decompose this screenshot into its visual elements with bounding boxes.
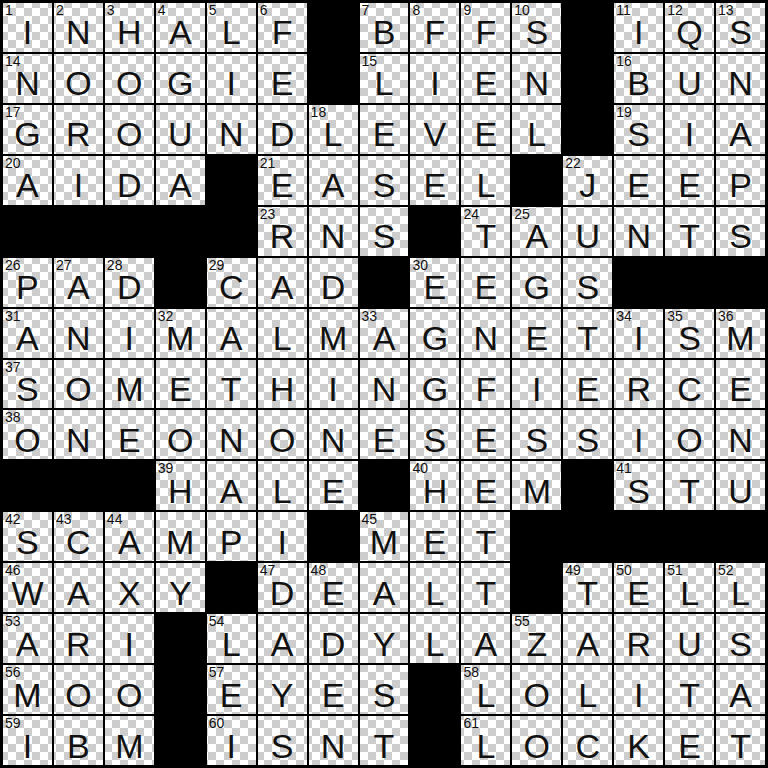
cell-r3c1[interactable]: 17G — [2, 104, 53, 155]
cell-r1c11[interactable]: 10S — [511, 2, 562, 53]
cell-r7c3[interactable]: I — [104, 308, 155, 359]
clue-number: 3 — [107, 3, 115, 18]
cell-r7c15[interactable]: 36M — [715, 308, 766, 359]
clue-number: 40 — [412, 461, 428, 476]
cell-r11c5[interactable]: P — [206, 511, 257, 562]
cell-r15c6[interactable]: S — [257, 715, 308, 766]
clue-number: 2 — [56, 3, 64, 18]
cell-letter: L — [425, 576, 444, 610]
cell-letter: B — [627, 66, 650, 100]
cell-r15c3[interactable]: M — [104, 715, 155, 766]
cell-r7c14[interactable]: 35S — [664, 308, 715, 359]
cell-letter: E — [322, 678, 345, 712]
cell-letter: S — [627, 117, 650, 151]
cell-r1c3[interactable]: 3H — [104, 2, 155, 53]
cell-r3c2[interactable]: R — [53, 104, 104, 155]
cell-letter: D — [117, 168, 142, 202]
cell-r6c6[interactable]: A — [257, 257, 308, 308]
cell-r1c15[interactable]: 13S — [715, 2, 766, 53]
cell-r9c3[interactable]: E — [104, 409, 155, 460]
cell-r7c11[interactable]: E — [511, 308, 562, 359]
cell-r4c1[interactable]: 20A — [2, 155, 53, 206]
cell-r9c6[interactable]: O — [257, 409, 308, 460]
cell-r13c13[interactable]: R — [613, 613, 664, 664]
cell-r8c15[interactable]: E — [715, 359, 766, 410]
cell-r15c2[interactable]: B — [53, 715, 104, 766]
cell-letter: O — [14, 423, 40, 457]
cell-r2c5[interactable]: I — [206, 53, 257, 104]
cell-r13c12[interactable]: A — [562, 613, 613, 664]
cell-letter: E — [169, 372, 192, 406]
cell-r15c12[interactable]: C — [562, 715, 613, 766]
cell-letter: E — [678, 729, 701, 763]
cell-r6c12[interactable]: S — [562, 257, 613, 308]
cell-r11c3[interactable]: 44A — [104, 511, 155, 562]
cell-r10c7[interactable]: E — [308, 460, 359, 511]
cell-letter: D — [270, 117, 295, 151]
cell-r15c13[interactable]: K — [613, 715, 664, 766]
cell-r1c9[interactable]: 8F — [409, 2, 460, 53]
cell-r4c7[interactable]: A — [308, 155, 359, 206]
cell-r13c5[interactable]: 54L — [206, 613, 257, 664]
cell-letter: S — [627, 474, 650, 508]
clue-number: 21 — [260, 156, 276, 171]
cell-letter: Y — [271, 678, 294, 712]
cell-r9c14[interactable]: O — [664, 409, 715, 460]
cell-letter: T — [475, 525, 496, 559]
cell-r1c4[interactable]: 4A — [155, 2, 206, 53]
cell-r4c10[interactable]: L — [460, 155, 511, 206]
cell-letter: A — [475, 627, 498, 661]
clue-number: 8 — [412, 3, 420, 18]
cell-letter: E — [475, 66, 498, 100]
cell-letter: E — [475, 117, 498, 151]
cell-r5c7[interactable]: N — [308, 206, 359, 257]
cell-r8c6[interactable]: H — [257, 359, 308, 410]
cell-r13c9[interactable]: L — [409, 613, 460, 664]
clue-number: 31 — [5, 309, 21, 324]
cell-r3c8[interactable]: E — [359, 104, 410, 155]
cell-letter: L — [731, 576, 750, 610]
cell-letter: I — [23, 729, 32, 763]
cell-r5c15[interactable]: S — [715, 206, 766, 257]
black-cell-r6c13 — [613, 257, 664, 308]
cell-letter: R — [626, 372, 651, 406]
cell-r10c9[interactable]: 40H — [409, 460, 460, 511]
cell-r12c2[interactable]: A — [53, 562, 104, 613]
cell-r13c3[interactable]: I — [104, 613, 155, 664]
cell-r12c15[interactable]: 52L — [715, 562, 766, 613]
cell-r3c5[interactable]: N — [206, 104, 257, 155]
cell-r3c15[interactable]: A — [715, 104, 766, 155]
cell-r3c3[interactable]: O — [104, 104, 155, 155]
clue-number: 60 — [209, 716, 225, 731]
cell-r5c6[interactable]: 23R — [257, 206, 308, 257]
cell-letter: G — [524, 270, 550, 304]
cell-letter: R — [626, 627, 651, 661]
cell-r7c5[interactable]: A — [206, 308, 257, 359]
cell-r7c2[interactable]: N — [53, 308, 104, 359]
cell-r1c6[interactable]: 6F — [257, 2, 308, 53]
cell-r1c10[interactable]: 9F — [460, 2, 511, 53]
black-cell-r6c15 — [715, 257, 766, 308]
cell-r1c14[interactable]: 12Q — [664, 2, 715, 53]
cell-r6c7[interactable]: D — [308, 257, 359, 308]
cell-r5c14[interactable]: T — [664, 206, 715, 257]
clue-number: 37 — [5, 360, 21, 375]
cell-letter: L — [273, 474, 292, 508]
cell-r9c12[interactable]: S — [562, 409, 613, 460]
cell-r8c12[interactable]: E — [562, 359, 613, 410]
cell-r8c1[interactable]: 37S — [2, 359, 53, 410]
cell-r2c9[interactable]: I — [409, 53, 460, 104]
cell-r4c14[interactable]: E — [664, 155, 715, 206]
cell-letter: A — [525, 219, 548, 253]
cell-r8c14[interactable]: C — [664, 359, 715, 410]
cell-letter: M — [115, 729, 143, 763]
clue-number: 6 — [260, 3, 268, 18]
cell-r15c1[interactable]: 59I — [2, 715, 53, 766]
cell-r14c3[interactable]: O — [104, 664, 155, 715]
cell-letter: D — [321, 627, 346, 661]
cell-r11c1[interactable]: 42S — [2, 511, 53, 562]
cell-letter: S — [373, 678, 396, 712]
cell-r6c9[interactable]: 30E — [409, 257, 460, 308]
cell-letter: E — [627, 576, 650, 610]
cell-r6c2[interactable]: 27A — [53, 257, 104, 308]
cell-letter: J — [579, 168, 596, 202]
cell-letter: N — [66, 423, 91, 457]
cell-r4c4[interactable]: A — [155, 155, 206, 206]
cell-r4c3[interactable]: D — [104, 155, 155, 206]
cell-r2c6[interactable]: E — [257, 53, 308, 104]
cell-r8c10[interactable]: F — [460, 359, 511, 410]
cell-r12c13[interactable]: 50E — [613, 562, 664, 613]
cell-r5c8[interactable]: S — [359, 206, 410, 257]
cell-letter: M — [319, 321, 347, 355]
cell-letter: I — [125, 321, 134, 355]
cell-r3c7[interactable]: 18L — [308, 104, 359, 155]
cell-r15c7[interactable]: N — [308, 715, 359, 766]
cell-r7c13[interactable]: 34I — [613, 308, 664, 359]
cell-r11c10[interactable]: T — [460, 511, 511, 562]
black-cell-r5c2 — [53, 206, 104, 257]
cell-r7c8[interactable]: 33A — [359, 308, 410, 359]
cell-r6c11[interactable]: G — [511, 257, 562, 308]
cell-letter: A — [16, 627, 39, 661]
cell-r10c15[interactable]: U — [715, 460, 766, 511]
cell-r14c8[interactable]: S — [359, 664, 410, 715]
cell-letter: W — [11, 576, 43, 610]
cell-r12c3[interactable]: X — [104, 562, 155, 613]
cell-r5c12[interactable]: U — [562, 206, 613, 257]
cell-r2c1[interactable]: 14N — [2, 53, 53, 104]
cell-r2c4[interactable]: G — [155, 53, 206, 104]
cell-letter: U — [677, 627, 702, 661]
cell-r6c1[interactable]: 26P — [2, 257, 53, 308]
cell-r12c6[interactable]: 47D — [257, 562, 308, 613]
cell-r15c10[interactable]: 61L — [460, 715, 511, 766]
cell-letter: F — [475, 15, 496, 49]
cell-r2c3[interactable]: O — [104, 53, 155, 104]
cell-r9c10[interactable]: E — [460, 409, 511, 460]
cell-r11c4[interactable]: M — [155, 511, 206, 562]
cell-letter: U — [728, 474, 753, 508]
cell-r3c14[interactable]: I — [664, 104, 715, 155]
cell-r2c11[interactable]: N — [511, 53, 562, 104]
cell-r4c2[interactable]: I — [53, 155, 104, 206]
cell-letter: N — [219, 117, 244, 151]
cell-letter: C — [677, 372, 702, 406]
cell-letter: L — [273, 321, 292, 355]
clue-number: 56 — [5, 665, 21, 680]
cell-r14c6[interactable]: Y — [257, 664, 308, 715]
cell-r14c10[interactable]: 58L — [460, 664, 511, 715]
cell-r10c14[interactable]: T — [664, 460, 715, 511]
cell-letter: A — [67, 270, 90, 304]
cell-r9c15[interactable]: N — [715, 409, 766, 460]
cell-r8c2[interactable]: O — [53, 359, 104, 410]
cell-letter: T — [577, 321, 598, 355]
cell-r14c13[interactable]: I — [613, 664, 664, 715]
cell-letter: S — [729, 219, 752, 253]
cell-r7c9[interactable]: G — [409, 308, 460, 359]
cell-letter: M — [370, 525, 398, 559]
black-cell-r11c11 — [511, 511, 562, 562]
cell-r9c8[interactable]: E — [359, 409, 410, 460]
cell-letter: T — [679, 474, 700, 508]
cell-r14c5[interactable]: 57E — [206, 664, 257, 715]
cell-r13c1[interactable]: 53A — [2, 613, 53, 664]
cell-r14c7[interactable]: E — [308, 664, 359, 715]
cell-letter: T — [374, 729, 395, 763]
cell-r12c4[interactable]: Y — [155, 562, 206, 613]
cell-r6c3[interactable]: 28D — [104, 257, 155, 308]
cell-letter: S — [525, 423, 548, 457]
cell-r9c2[interactable]: N — [53, 409, 104, 460]
cell-r2c15[interactable]: N — [715, 53, 766, 104]
cell-r9c1[interactable]: 38O — [2, 409, 53, 460]
cell-r10c6[interactable]: L — [257, 460, 308, 511]
cell-r10c10[interactable]: E — [460, 460, 511, 511]
cell-r8c8[interactable]: N — [359, 359, 410, 410]
cell-r9c5[interactable]: N — [206, 409, 257, 460]
cell-r14c1[interactable]: 56M — [2, 664, 53, 715]
cell-r14c14[interactable]: T — [664, 664, 715, 715]
cell-letter: S — [16, 525, 39, 559]
cell-r15c14[interactable]: E — [664, 715, 715, 766]
cell-r3c11[interactable]: L — [511, 104, 562, 155]
cell-r8c11[interactable]: I — [511, 359, 562, 410]
cell-r2c2[interactable]: O — [53, 53, 104, 104]
cell-r8c3[interactable]: M — [104, 359, 155, 410]
clue-number: 7 — [362, 3, 370, 18]
cell-r9c7[interactable]: N — [308, 409, 359, 460]
cell-r7c1[interactable]: 31A — [2, 308, 53, 359]
black-cell-r15c9 — [409, 715, 460, 766]
cell-letter: E — [475, 270, 498, 304]
cell-letter: H — [117, 15, 142, 49]
cell-r12c12[interactable]: 49T — [562, 562, 613, 613]
cell-r2c8[interactable]: 15L — [359, 53, 410, 104]
black-cell-r1c7 — [308, 2, 359, 53]
cell-r13c11[interactable]: 55Z — [511, 613, 562, 664]
cell-r10c11[interactable]: M — [511, 460, 562, 511]
cell-r3c4[interactable]: U — [155, 104, 206, 155]
cell-letter: O — [116, 66, 142, 100]
cell-r11c6[interactable]: I — [257, 511, 308, 562]
cell-r12c10[interactable]: T — [460, 562, 511, 613]
cell-r10c4[interactable]: 39H — [155, 460, 206, 511]
cell-r14c2[interactable]: O — [53, 664, 104, 715]
cell-letter: S — [271, 729, 294, 763]
cell-letter: E — [322, 576, 345, 610]
cell-r1c8[interactable]: 7B — [359, 2, 410, 53]
cell-letter: A — [729, 117, 752, 151]
cell-r8c9[interactable]: G — [409, 359, 460, 410]
cell-letter: E — [118, 423, 141, 457]
cell-r4c8[interactable]: S — [359, 155, 410, 206]
cell-r7c7[interactable]: M — [308, 308, 359, 359]
cell-r15c11[interactable]: O — [511, 715, 562, 766]
cell-letter: A — [373, 576, 396, 610]
cell-r14c11[interactable]: O — [511, 664, 562, 715]
cell-r2c10[interactable]: E — [460, 53, 511, 104]
clue-number: 48 — [311, 563, 327, 578]
cell-r1c1[interactable]: 1I — [2, 2, 53, 53]
cell-letter: H — [168, 474, 193, 508]
cell-r4c12[interactable]: 22J — [562, 155, 613, 206]
cell-r5c13[interactable]: N — [613, 206, 664, 257]
cell-letter: F — [272, 15, 293, 49]
cell-r15c5[interactable]: 60I — [206, 715, 257, 766]
cell-letter: V — [424, 117, 447, 151]
cell-r13c10[interactable]: A — [460, 613, 511, 664]
cell-letter: N — [728, 423, 753, 457]
cell-r5c10[interactable]: 24T — [460, 206, 511, 257]
cell-letter: T — [730, 729, 751, 763]
cell-r10c13[interactable]: 41S — [613, 460, 664, 511]
cell-r4c9[interactable]: E — [409, 155, 460, 206]
cell-r8c5[interactable]: T — [206, 359, 257, 410]
cell-r7c10[interactable]: N — [460, 308, 511, 359]
cell-r4c15[interactable]: P — [715, 155, 766, 206]
cell-r12c1[interactable]: 46W — [2, 562, 53, 613]
cell-letter: H — [270, 372, 295, 406]
cell-r13c2[interactable]: R — [53, 613, 104, 664]
cell-letter: E — [525, 321, 548, 355]
cell-r6c5[interactable]: 29C — [206, 257, 257, 308]
cell-r11c8[interactable]: 45M — [359, 511, 410, 562]
cell-r7c4[interactable]: 32M — [155, 308, 206, 359]
cell-r12c9[interactable]: L — [409, 562, 460, 613]
cell-r12c8[interactable]: A — [359, 562, 410, 613]
cell-r4c6[interactable]: 21E — [257, 155, 308, 206]
cell-letter: O — [676, 423, 702, 457]
clue-number: 55 — [514, 614, 530, 629]
cell-r15c8[interactable]: T — [359, 715, 410, 766]
cell-letter: A — [271, 270, 294, 304]
black-cell-r14c4 — [155, 664, 206, 715]
cell-r7c12[interactable]: T — [562, 308, 613, 359]
cell-letter: E — [678, 168, 701, 202]
cell-r12c14[interactable]: 51L — [664, 562, 715, 613]
cell-r14c15[interactable]: A — [715, 664, 766, 715]
cell-r7c6[interactable]: L — [257, 308, 308, 359]
black-cell-r5c3 — [104, 206, 155, 257]
cell-r15c15[interactable]: T — [715, 715, 766, 766]
cell-r11c9[interactable]: E — [409, 511, 460, 562]
cell-r9c9[interactable]: S — [409, 409, 460, 460]
cell-r9c4[interactable]: O — [155, 409, 206, 460]
cell-r13c14[interactable]: U — [664, 613, 715, 664]
clue-number: 14 — [5, 54, 21, 69]
clue-number: 35 — [667, 309, 683, 324]
cell-r1c13[interactable]: 11I — [613, 2, 664, 53]
cell-letter: M — [166, 321, 194, 355]
cell-r8c7[interactable]: I — [308, 359, 359, 410]
cell-letter: T — [475, 576, 496, 610]
clue-number: 11 — [616, 3, 631, 18]
cell-r6c10[interactable]: E — [460, 257, 511, 308]
cell-r3c10[interactable]: E — [460, 104, 511, 155]
cell-r12c7[interactable]: 48E — [308, 562, 359, 613]
cell-letter: A — [220, 321, 243, 355]
cell-r9c11[interactable]: S — [511, 409, 562, 460]
cell-r10c5[interactable]: A — [206, 460, 257, 511]
clue-number: 25 — [514, 207, 530, 222]
cell-letter: N — [626, 219, 651, 253]
clue-number: 16 — [616, 54, 632, 69]
cell-r3c6[interactable]: D — [257, 104, 308, 155]
cell-letter: K — [627, 729, 650, 763]
cell-r3c9[interactable]: V — [409, 104, 460, 155]
cell-letter: L — [527, 117, 546, 151]
clue-number: 43 — [56, 512, 72, 527]
cell-r14c12[interactable]: L — [562, 664, 613, 715]
cell-letter: A — [373, 321, 396, 355]
cell-r2c14[interactable]: U — [664, 53, 715, 104]
cell-r8c4[interactable]: E — [155, 359, 206, 410]
black-cell-r10c8 — [359, 460, 410, 511]
cell-r13c7[interactable]: D — [308, 613, 359, 664]
cell-r5c11[interactable]: 25A — [511, 206, 562, 257]
cell-r2c13[interactable]: 16B — [613, 53, 664, 104]
cell-r13c15[interactable]: S — [715, 613, 766, 664]
cell-r8c13[interactable]: R — [613, 359, 664, 410]
cell-r4c13[interactable]: E — [613, 155, 664, 206]
cell-r13c8[interactable]: Y — [359, 613, 410, 664]
clue-number: 13 — [718, 3, 734, 18]
clue-number: 5 — [209, 3, 217, 18]
cell-letter: Q — [676, 15, 702, 49]
cell-r11c2[interactable]: 43C — [53, 511, 104, 562]
cell-letter: O — [65, 372, 91, 406]
cell-letter: S — [16, 372, 39, 406]
cell-letter: N — [372, 372, 397, 406]
cell-r13c6[interactable]: A — [257, 613, 308, 664]
cell-letter: L — [476, 678, 495, 712]
cell-letter: Z — [526, 627, 547, 661]
clue-number: 38 — [5, 410, 21, 425]
cell-r1c2[interactable]: 2N — [53, 2, 104, 53]
cell-r9c13[interactable]: I — [613, 409, 664, 460]
cell-letter: T — [475, 219, 496, 253]
cell-r3c13[interactable]: 19S — [613, 104, 664, 155]
cell-r1c5[interactable]: 5L — [206, 2, 257, 53]
cell-letter: S — [373, 219, 396, 253]
black-cell-r6c4 — [155, 257, 206, 308]
